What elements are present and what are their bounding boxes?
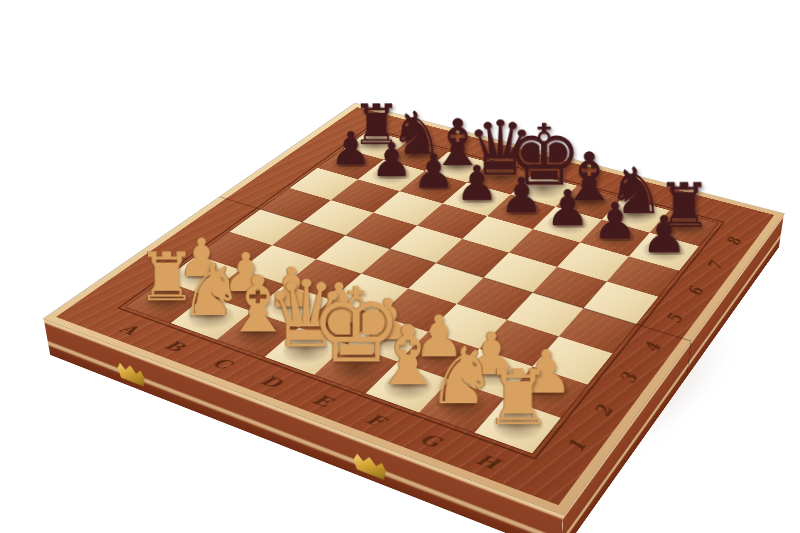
piece-white-rook-h1[interactable]: ♜ [475,398,561,453]
chess-board: ABCDEFGH 12345678 ♜♞♝♛♚♝♞♜♟♟♟♟♟♟♟♟♟♟♟♟♟♟… [44,103,784,514]
perspective-wrapper: ABCDEFGH 12345678 ♜♞♝♛♚♝♞♜♟♟♟♟♟♟♟♟♟♟♟♟♟♟… [0,0,800,533]
chess-set-photo: ABCDEFGH 12345678 ♜♞♝♛♚♝♞♜♟♟♟♟♟♟♟♟♟♟♟♟♟♟… [0,0,800,533]
white-rook-glyph: ♜ [484,360,552,436]
brass-clasp [353,451,386,481]
fold-seam-side [686,340,691,378]
brass-clasp [117,360,146,387]
